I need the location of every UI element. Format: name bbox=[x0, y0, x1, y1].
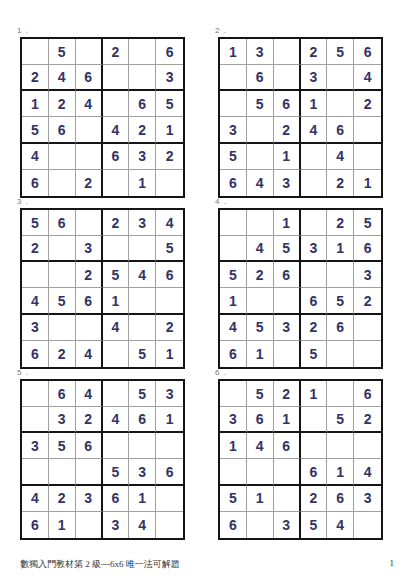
sudoku-cell-r5c6: 3 bbox=[354, 486, 381, 512]
page-footer: 數獨入門教材第 2 級---6x6 唯一法可解題 1 bbox=[20, 558, 394, 571]
sudoku-cell-r5c1: 5 bbox=[220, 486, 247, 512]
sudoku-cell-r4c4: 6 bbox=[301, 459, 328, 485]
sudoku-cell-r5c5: 1 bbox=[129, 486, 156, 512]
sudoku-cell-r1c4: 2 bbox=[301, 39, 328, 65]
sudoku-cell-r4c6: 6 bbox=[156, 459, 183, 485]
sudoku-cell-r4c5 bbox=[129, 288, 156, 314]
sudoku-cell-r4c5: 2 bbox=[129, 117, 156, 143]
sudoku-cell-r1c3 bbox=[76, 39, 103, 65]
sudoku-cell-r2c5 bbox=[129, 236, 156, 262]
sudoku-cell-r1c2: 3 bbox=[247, 39, 274, 65]
sudoku-cell-r3c5 bbox=[327, 433, 354, 459]
sudoku-cell-r1c6: 6 bbox=[354, 381, 381, 407]
sudoku-cell-r2c3: 3 bbox=[76, 236, 103, 262]
puzzle-6: 6 . 521636152146614512636354 bbox=[218, 379, 383, 540]
sudoku-cell-r4c4: 4 bbox=[301, 117, 328, 143]
sudoku-cell-r2c6: 4 bbox=[354, 65, 381, 91]
sudoku-cell-r1c1 bbox=[22, 39, 49, 65]
sudoku-cell-r5c6: 2 bbox=[156, 315, 183, 341]
sudoku-cell-r1c1: 5 bbox=[22, 210, 49, 236]
sudoku-cell-r4c3: 2 bbox=[274, 117, 301, 143]
sudoku-cell-r5c3 bbox=[76, 315, 103, 341]
sudoku-cell-r2c1 bbox=[22, 407, 49, 433]
sudoku-cell-r3c2: 4 bbox=[247, 433, 274, 459]
sudoku-cell-r2c3: 5 bbox=[274, 236, 301, 262]
sudoku-cell-r6c5: 4 bbox=[327, 512, 354, 538]
sudoku-cell-r5c5: 6 bbox=[327, 315, 354, 341]
sudoku-cell-r2c5: 6 bbox=[129, 407, 156, 433]
sudoku-cell-r5c5: 3 bbox=[129, 144, 156, 170]
sudoku-cell-r4c1: 4 bbox=[22, 288, 49, 314]
sudoku-cell-r2c4: 3 bbox=[301, 65, 328, 91]
sudoku-cell-r2c4 bbox=[103, 236, 130, 262]
sudoku-cell-r2c6: 6 bbox=[354, 236, 381, 262]
sudoku-cell-r3c6: 6 bbox=[156, 262, 183, 288]
sudoku-cell-r6c3: 3 bbox=[274, 170, 301, 196]
sudoku-cell-r5c4: 2 bbox=[301, 315, 328, 341]
sudoku-cell-r4c6 bbox=[156, 288, 183, 314]
sudoku-cell-r2c6: 1 bbox=[156, 407, 183, 433]
sudoku-cell-r3c3: 2 bbox=[76, 262, 103, 288]
sudoku-cell-r2c6: 2 bbox=[354, 407, 381, 433]
sudoku-cell-r3c4 bbox=[301, 262, 328, 288]
puzzle-3-grid: 562342352546456134262451 bbox=[20, 208, 185, 369]
sudoku-cell-r5c1: 3 bbox=[22, 315, 49, 341]
puzzle-1-grid: 526246312465564214632621 bbox=[20, 37, 185, 198]
sudoku-cell-r1c4 bbox=[301, 210, 328, 236]
sudoku-cell-r1c5: 3 bbox=[129, 210, 156, 236]
sudoku-cell-r3c1: 1 bbox=[22, 91, 49, 117]
sudoku-cell-r6c5: 1 bbox=[129, 170, 156, 196]
sudoku-cell-r5c2 bbox=[49, 315, 76, 341]
sudoku-cell-r5c6 bbox=[354, 144, 381, 170]
puzzle-5-label: 5 . bbox=[17, 368, 29, 377]
sudoku-cell-r6c1: 6 bbox=[22, 341, 49, 367]
sudoku-cell-r5c3: 3 bbox=[76, 486, 103, 512]
sudoku-cell-r3c5: 4 bbox=[129, 262, 156, 288]
sudoku-cell-r1c1 bbox=[220, 381, 247, 407]
sudoku-cell-r5c4: 6 bbox=[103, 486, 130, 512]
sudoku-cell-r5c6: 2 bbox=[156, 144, 183, 170]
sudoku-cell-r1c4: 1 bbox=[301, 381, 328, 407]
sudoku-cell-r4c6: 1 bbox=[156, 117, 183, 143]
sudoku-cell-r6c2: 1 bbox=[49, 512, 76, 538]
sudoku-cell-r5c5 bbox=[129, 315, 156, 341]
sudoku-cell-r2c4 bbox=[103, 65, 130, 91]
sudoku-cell-r1c1 bbox=[220, 210, 247, 236]
sudoku-cell-r3c5: 6 bbox=[129, 91, 156, 117]
sudoku-cell-r4c4: 4 bbox=[103, 117, 130, 143]
sudoku-cell-r5c4: 2 bbox=[301, 486, 328, 512]
sudoku-cell-r2c4 bbox=[301, 407, 328, 433]
puzzle-5: 5 . 645332461356536423616134 bbox=[20, 379, 185, 540]
sudoku-cell-r6c5: 5 bbox=[129, 341, 156, 367]
sudoku-cell-r2c1: 2 bbox=[22, 65, 49, 91]
sudoku-cell-r3c3: 4 bbox=[76, 91, 103, 117]
sudoku-cell-r6c6 bbox=[156, 512, 183, 538]
sudoku-cell-r4c3 bbox=[274, 459, 301, 485]
sudoku-cell-r2c4: 4 bbox=[103, 407, 130, 433]
sudoku-cell-r4c1 bbox=[220, 459, 247, 485]
sudoku-cell-r3c2: 5 bbox=[49, 433, 76, 459]
sudoku-cell-r6c1: 6 bbox=[22, 512, 49, 538]
sudoku-cell-r6c3 bbox=[76, 512, 103, 538]
sudoku-cell-r3c3: 6 bbox=[76, 433, 103, 459]
sudoku-cell-r6c4 bbox=[301, 170, 328, 196]
sudoku-cell-r3c2: 2 bbox=[247, 262, 274, 288]
sudoku-cell-r3c1: 1 bbox=[220, 433, 247, 459]
sudoku-cell-r6c6 bbox=[354, 341, 381, 367]
sudoku-cell-r4c1 bbox=[22, 459, 49, 485]
sudoku-cell-r6c5: 4 bbox=[129, 512, 156, 538]
sudoku-cell-r2c1 bbox=[220, 65, 247, 91]
sudoku-cell-r6c2: 2 bbox=[49, 341, 76, 367]
sudoku-cell-r6c3: 2 bbox=[76, 170, 103, 196]
sudoku-cell-r5c2: 2 bbox=[49, 486, 76, 512]
sudoku-cell-r3c1 bbox=[22, 262, 49, 288]
sudoku-cell-r1c1 bbox=[22, 381, 49, 407]
sudoku-cell-r4c3 bbox=[76, 117, 103, 143]
sudoku-cell-r2c3: 1 bbox=[274, 407, 301, 433]
sudoku-cell-r5c3 bbox=[274, 486, 301, 512]
sudoku-cell-r5c1: 4 bbox=[220, 315, 247, 341]
sudoku-cell-r5c5: 4 bbox=[327, 144, 354, 170]
sudoku-cell-r1c5: 2 bbox=[327, 210, 354, 236]
sudoku-cell-r4c5: 6 bbox=[327, 117, 354, 143]
sudoku-cell-r6c2 bbox=[49, 170, 76, 196]
sudoku-cell-r2c3: 6 bbox=[76, 65, 103, 91]
sudoku-cell-r2c4: 3 bbox=[301, 236, 328, 262]
sudoku-cell-r3c6: 3 bbox=[354, 262, 381, 288]
sudoku-cell-r4c4: 5 bbox=[103, 459, 130, 485]
sudoku-cell-r1c2: 5 bbox=[247, 381, 274, 407]
sudoku-cell-r2c5 bbox=[327, 65, 354, 91]
sudoku-cell-r6c1: 6 bbox=[220, 512, 247, 538]
puzzle-3-label: 3 . bbox=[17, 197, 29, 206]
sudoku-cell-r4c6: 4 bbox=[354, 459, 381, 485]
puzzle-2-label: 2 . bbox=[215, 26, 227, 35]
puzzle-2-grid: 132566345612324651464321 bbox=[218, 37, 383, 198]
sudoku-cell-r4c5: 5 bbox=[327, 288, 354, 314]
sudoku-cell-r6c2: 4 bbox=[247, 170, 274, 196]
sudoku-cell-r4c3 bbox=[274, 288, 301, 314]
sudoku-cell-r4c2 bbox=[247, 288, 274, 314]
sudoku-cell-r3c1: 5 bbox=[220, 262, 247, 288]
sudoku-cell-r1c6: 4 bbox=[156, 210, 183, 236]
sudoku-cell-r6c6: 1 bbox=[354, 170, 381, 196]
puzzle-1: 1 . 526246312465564214632621 bbox=[20, 37, 185, 198]
sudoku-cell-r1c4: 2 bbox=[103, 210, 130, 236]
sudoku-cell-r3c6: 5 bbox=[156, 91, 183, 117]
sudoku-cell-r4c2: 6 bbox=[49, 117, 76, 143]
sudoku-cell-r4c3: 6 bbox=[76, 288, 103, 314]
sudoku-cell-r1c5: 5 bbox=[129, 381, 156, 407]
sudoku-cell-r3c4: 5 bbox=[103, 262, 130, 288]
sudoku-cell-r3c1 bbox=[220, 91, 247, 117]
sudoku-cell-r1c6: 3 bbox=[156, 381, 183, 407]
sudoku-cell-r1c6: 5 bbox=[354, 210, 381, 236]
sudoku-cell-r3c4 bbox=[103, 91, 130, 117]
sudoku-cell-r6c6 bbox=[354, 512, 381, 538]
sudoku-cell-r3c6 bbox=[354, 433, 381, 459]
sudoku-cell-r6c3: 4 bbox=[76, 341, 103, 367]
sudoku-cell-r1c3: 4 bbox=[76, 381, 103, 407]
sudoku-cell-r2c3: 2 bbox=[76, 407, 103, 433]
footer-title: 數獨入門教材第 2 級---6x6 唯一法可解題 bbox=[20, 558, 180, 571]
sudoku-cell-r5c2: 5 bbox=[247, 315, 274, 341]
sudoku-cell-r4c2 bbox=[247, 459, 274, 485]
sudoku-cell-r3c4: 1 bbox=[301, 91, 328, 117]
sudoku-cell-r6c2 bbox=[247, 512, 274, 538]
puzzle-4: 4 . 125453165263165245326615 bbox=[218, 208, 383, 369]
puzzle-4-grid: 125453165263165245326615 bbox=[218, 208, 383, 369]
sudoku-cell-r4c4: 6 bbox=[301, 288, 328, 314]
sudoku-cell-r5c4: 4 bbox=[103, 315, 130, 341]
sudoku-cell-r3c6 bbox=[156, 433, 183, 459]
sudoku-cell-r2c3 bbox=[274, 65, 301, 91]
sudoku-cell-r2c2 bbox=[49, 236, 76, 262]
sudoku-cell-r2c6: 5 bbox=[156, 236, 183, 262]
puzzle-5-grid: 645332461356536423616134 bbox=[20, 379, 185, 540]
puzzle-4-label: 4 . bbox=[215, 197, 227, 206]
sudoku-cell-r5c2 bbox=[49, 144, 76, 170]
sudoku-cell-r5c5: 6 bbox=[327, 486, 354, 512]
sudoku-cell-r6c3 bbox=[274, 341, 301, 367]
sudoku-cell-r2c1: 2 bbox=[22, 236, 49, 262]
sudoku-cell-r1c3: 2 bbox=[274, 381, 301, 407]
sudoku-cell-r2c2: 4 bbox=[247, 236, 274, 262]
sudoku-cell-r4c5: 1 bbox=[327, 459, 354, 485]
sudoku-cell-r4c2 bbox=[49, 459, 76, 485]
sudoku-cell-r2c5: 5 bbox=[327, 407, 354, 433]
sudoku-cell-r1c4: 2 bbox=[103, 39, 130, 65]
puzzle-2: 2 . 132566345612324651464321 bbox=[218, 37, 383, 198]
sudoku-cell-r1c5 bbox=[129, 39, 156, 65]
sudoku-cell-r2c1 bbox=[220, 236, 247, 262]
sudoku-cell-r3c5 bbox=[327, 262, 354, 288]
sudoku-cell-r5c2: 1 bbox=[247, 486, 274, 512]
sudoku-cell-r1c2: 6 bbox=[49, 210, 76, 236]
sudoku-cell-r2c2: 3 bbox=[49, 407, 76, 433]
puzzle-3: 3 . 562342352546456134262451 bbox=[20, 208, 185, 369]
sudoku-cell-r6c2: 1 bbox=[247, 341, 274, 367]
sudoku-cell-r2c1: 3 bbox=[220, 407, 247, 433]
sudoku-cell-r3c4 bbox=[301, 433, 328, 459]
sudoku-cell-r3c3: 6 bbox=[274, 262, 301, 288]
sudoku-cell-r2c5 bbox=[129, 65, 156, 91]
sudoku-worksheet-page: { "game": "sudoku-6x6", "page": { "foote… bbox=[0, 0, 408, 580]
sudoku-cell-r5c1: 5 bbox=[220, 144, 247, 170]
sudoku-cell-r6c5: 2 bbox=[327, 170, 354, 196]
sudoku-cell-r5c4: 6 bbox=[103, 144, 130, 170]
sudoku-cell-r1c5: 5 bbox=[327, 39, 354, 65]
puzzle-1-label: 1 . bbox=[17, 26, 29, 35]
sudoku-cell-r1c6: 6 bbox=[156, 39, 183, 65]
sudoku-cell-r2c6: 3 bbox=[156, 65, 183, 91]
sudoku-cell-r6c5 bbox=[327, 341, 354, 367]
sudoku-cell-r5c3: 3 bbox=[274, 315, 301, 341]
sudoku-cell-r6c4: 5 bbox=[301, 512, 328, 538]
puzzle-6-grid: 521636152146614512636354 bbox=[218, 379, 383, 540]
sudoku-cell-r4c5: 3 bbox=[129, 459, 156, 485]
sudoku-cell-r1c2 bbox=[247, 210, 274, 236]
sudoku-cell-r5c1: 4 bbox=[22, 486, 49, 512]
sudoku-cell-r6c1: 6 bbox=[220, 341, 247, 367]
sudoku-cell-r6c3: 3 bbox=[274, 512, 301, 538]
sudoku-cell-r3c5 bbox=[129, 433, 156, 459]
sudoku-cell-r1c3: 1 bbox=[274, 210, 301, 236]
sudoku-cell-r4c1: 5 bbox=[22, 117, 49, 143]
sudoku-cell-r4c6: 2 bbox=[354, 288, 381, 314]
sudoku-cell-r3c1: 3 bbox=[22, 433, 49, 459]
sudoku-cell-r6c4: 3 bbox=[103, 512, 130, 538]
sudoku-cell-r1c6: 6 bbox=[354, 39, 381, 65]
sudoku-cell-r3c3: 6 bbox=[274, 91, 301, 117]
sudoku-cell-r3c2: 2 bbox=[49, 91, 76, 117]
sudoku-cell-r3c2 bbox=[49, 262, 76, 288]
sudoku-cell-r4c2 bbox=[247, 117, 274, 143]
sudoku-cell-r1c5 bbox=[327, 381, 354, 407]
sudoku-cell-r5c6 bbox=[354, 315, 381, 341]
sudoku-cell-r5c3 bbox=[76, 144, 103, 170]
sudoku-cell-r4c4: 1 bbox=[103, 288, 130, 314]
sudoku-cell-r3c4 bbox=[103, 433, 130, 459]
footer-page-number: 1 bbox=[390, 558, 395, 571]
sudoku-cell-r1c1: 1 bbox=[220, 39, 247, 65]
sudoku-cell-r4c1: 1 bbox=[220, 288, 247, 314]
sudoku-cell-r5c6 bbox=[156, 486, 183, 512]
sudoku-cell-r3c3: 6 bbox=[274, 433, 301, 459]
sudoku-cell-r6c4 bbox=[103, 341, 130, 367]
sudoku-cell-r4c2: 5 bbox=[49, 288, 76, 314]
sudoku-cell-r2c2: 6 bbox=[247, 65, 274, 91]
sudoku-cell-r1c4 bbox=[103, 381, 130, 407]
sudoku-cell-r3c5 bbox=[327, 91, 354, 117]
sudoku-cell-r1c2: 5 bbox=[49, 39, 76, 65]
sudoku-cell-r5c3: 1 bbox=[274, 144, 301, 170]
sudoku-cell-r6c4: 5 bbox=[301, 341, 328, 367]
sudoku-cell-r6c6: 1 bbox=[156, 341, 183, 367]
puzzle-6-label: 6 . bbox=[215, 368, 227, 377]
sudoku-cell-r5c4 bbox=[301, 144, 328, 170]
sudoku-cell-r5c1: 4 bbox=[22, 144, 49, 170]
sudoku-cell-r2c2: 4 bbox=[49, 65, 76, 91]
sudoku-cell-r6c4 bbox=[103, 170, 130, 196]
sudoku-cell-r2c2: 6 bbox=[247, 407, 274, 433]
sudoku-cell-r1c2: 6 bbox=[49, 381, 76, 407]
sudoku-cell-r2c5: 1 bbox=[327, 236, 354, 262]
sudoku-cell-r1c3 bbox=[76, 210, 103, 236]
sudoku-cell-r4c3 bbox=[76, 459, 103, 485]
sudoku-cell-r4c6 bbox=[354, 117, 381, 143]
sudoku-cell-r4c1: 3 bbox=[220, 117, 247, 143]
sudoku-cell-r1c3 bbox=[274, 39, 301, 65]
sudoku-cell-r3c2: 5 bbox=[247, 91, 274, 117]
sudoku-cell-r6c6 bbox=[156, 170, 183, 196]
sudoku-cell-r5c2 bbox=[247, 144, 274, 170]
sudoku-cell-r6c1: 6 bbox=[220, 170, 247, 196]
sudoku-cell-r6c1: 6 bbox=[22, 170, 49, 196]
sudoku-cell-r3c6: 2 bbox=[354, 91, 381, 117]
